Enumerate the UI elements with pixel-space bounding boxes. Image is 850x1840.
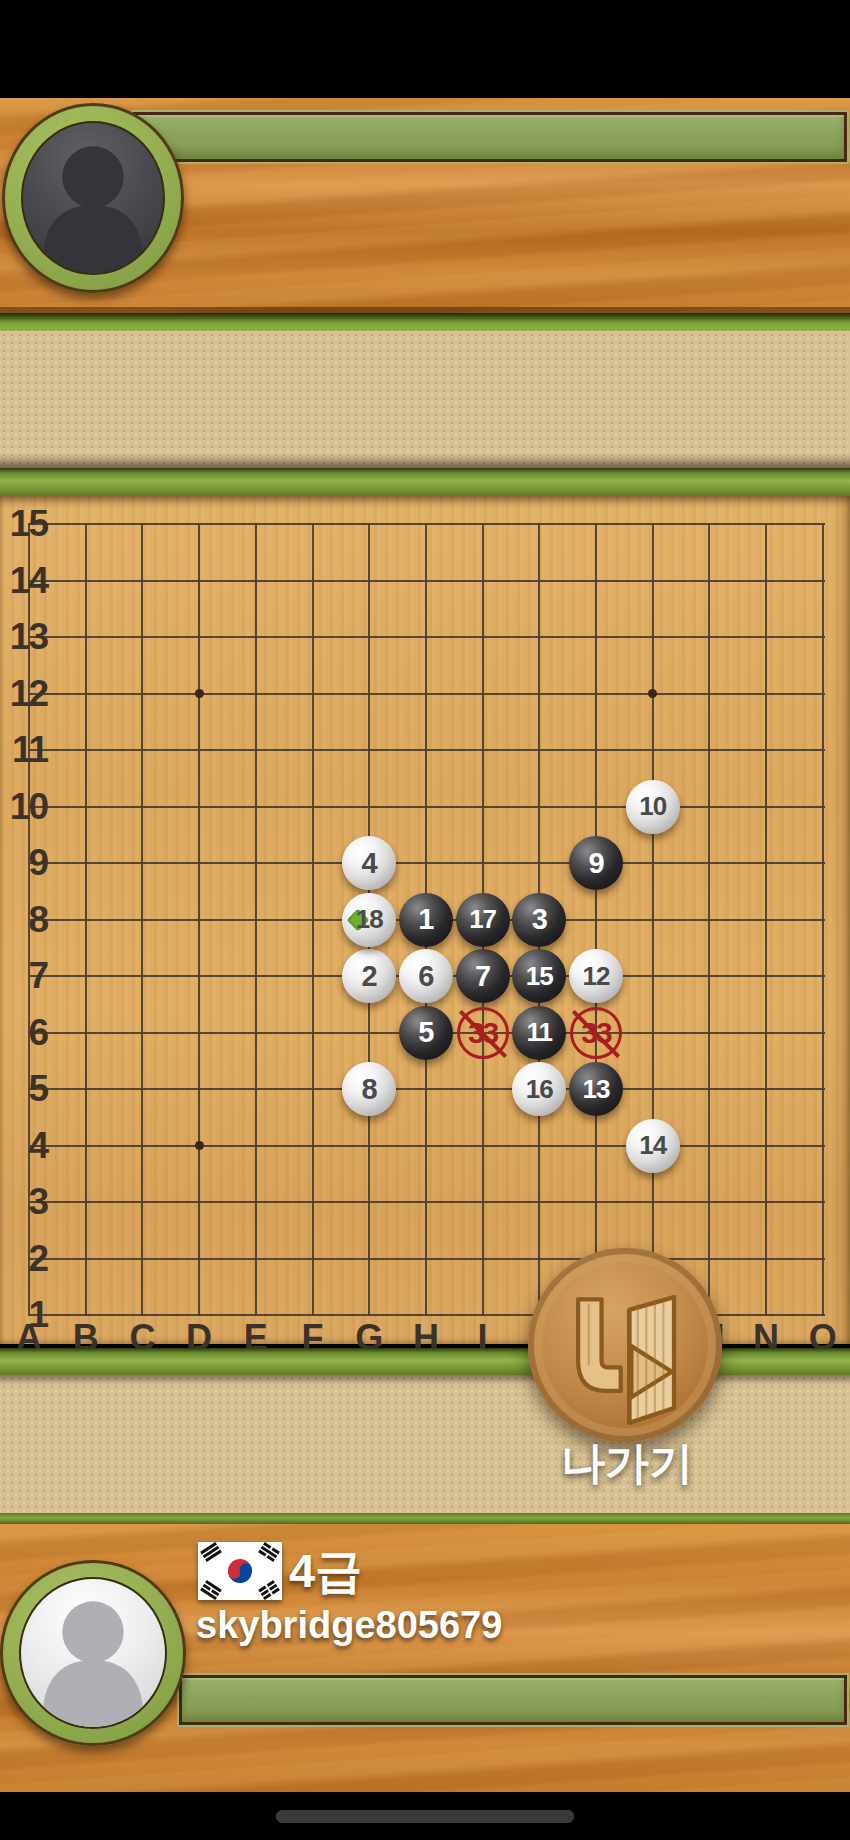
stone-black-11: 11 — [512, 1006, 566, 1060]
forbidden-point-I6: 33 — [457, 1007, 509, 1059]
stone-move-number: 9 — [588, 847, 603, 880]
stone-move-number: 18 — [356, 904, 383, 935]
star-point-D12 — [195, 689, 204, 698]
stone-move-number: 6 — [418, 960, 433, 993]
exit-button[interactable] — [528, 1248, 722, 1442]
grid-vline — [708, 523, 710, 1316]
row-label-12: 12 — [0, 674, 47, 714]
row-label-7: 7 — [0, 956, 47, 996]
stone-white-6: 6 — [399, 949, 453, 1003]
star-point-D4 — [195, 1141, 204, 1150]
stone-move-number: 14 — [639, 1130, 666, 1161]
stone-move-number: 2 — [362, 960, 377, 993]
stone-black-5: 5 — [399, 1006, 453, 1060]
grid-vline — [652, 523, 654, 1316]
row-label-2: 2 — [0, 1239, 47, 1279]
star-point-L12 — [648, 689, 657, 698]
bottom-player-avatar — [0, 1560, 186, 1746]
grid-hline — [29, 523, 825, 525]
status-bar — [0, 0, 850, 98]
grid-hline — [29, 636, 825, 638]
home-indicator[interactable] — [276, 1810, 574, 1823]
grid-hline — [29, 806, 825, 808]
top-player-name-bar — [133, 112, 847, 162]
stone-black-13: 13 — [569, 1062, 623, 1116]
stone-move-number: 12 — [583, 961, 610, 992]
stone-white-4: 4 — [342, 836, 396, 890]
row-label-8: 8 — [0, 900, 47, 940]
stone-move-number: 13 — [583, 1074, 610, 1105]
forbidden-point-K6: 33 — [570, 1007, 622, 1059]
stone-white-18: 18 — [342, 893, 396, 947]
top-divider — [0, 313, 850, 331]
row-label-5: 5 — [0, 1069, 47, 1109]
stone-black-17: 17 — [456, 893, 510, 947]
player-rank: 4급 — [289, 1540, 362, 1603]
stone-black-7: 7 — [456, 949, 510, 1003]
row-label-3: 3 — [0, 1182, 47, 1222]
stone-white-10: 10 — [626, 780, 680, 834]
stone-black-3: 3 — [512, 893, 566, 947]
bottom-player-chat-bar — [179, 1675, 847, 1725]
row-label-10: 10 — [0, 787, 47, 827]
stone-white-2: 2 — [342, 949, 396, 1003]
stone-move-number: 11 — [527, 1017, 553, 1048]
stone-black-1: 1 — [399, 893, 453, 947]
stone-white-12: 12 — [569, 949, 623, 1003]
row-label-4: 4 — [0, 1126, 47, 1166]
stone-move-number: 15 — [526, 961, 553, 992]
stone-move-number: 4 — [362, 847, 377, 880]
grid-hline — [29, 862, 825, 864]
grid-hline — [29, 1145, 825, 1147]
row-label-13: 13 — [0, 617, 47, 657]
omok-game-screen: 151413121110987654321ABCDEFGHIJKLMNO1234… — [0, 0, 850, 1840]
grid-hline — [29, 1201, 825, 1203]
row-label-14: 14 — [0, 561, 47, 601]
stone-black-9: 9 — [569, 836, 623, 890]
stone-move-number: 16 — [526, 1074, 553, 1105]
top-player-avatar — [2, 103, 184, 293]
stone-move-number: 7 — [475, 960, 490, 993]
grid-hline — [29, 693, 825, 695]
grid-hline — [29, 749, 825, 751]
avatar-silhouette-icon — [19, 1577, 167, 1729]
player-username: skybridge805679 — [196, 1604, 502, 1647]
stone-move-number: 8 — [362, 1073, 377, 1106]
stone-move-number: 3 — [532, 903, 547, 936]
board-frame-bottom — [0, 1348, 850, 1375]
omok-board[interactable]: 151413121110987654321ABCDEFGHIJKLMNO1234… — [0, 496, 850, 1344]
row-label-11: 11 — [0, 730, 47, 770]
korean-flag-icon — [198, 1542, 282, 1600]
grid-hline — [29, 1088, 825, 1090]
grid-hline — [29, 1258, 825, 1260]
bottom-divider — [0, 1513, 850, 1524]
avatar-silhouette-icon — [21, 121, 165, 275]
row-label-6: 6 — [0, 1013, 47, 1053]
grid-hline — [29, 580, 825, 582]
row-label-15: 15 — [0, 504, 47, 544]
grid-vline — [595, 523, 597, 1316]
exit-button-label: 나가기 — [527, 1434, 727, 1493]
stone-move-number: 1 — [418, 903, 433, 936]
exit-door-arrow-icon — [528, 1295, 722, 1425]
stone-move-number: 5 — [418, 1016, 433, 1049]
stone-white-14: 14 — [626, 1119, 680, 1173]
row-label-9: 9 — [0, 843, 47, 883]
upper-texture-strip — [0, 331, 850, 468]
stone-black-15: 15 — [512, 949, 566, 1003]
stone-move-number: 17 — [469, 904, 496, 935]
grid-vline — [822, 523, 824, 1316]
grid-vline — [765, 523, 767, 1316]
board-frame-top — [0, 468, 850, 496]
stone-move-number: 10 — [639, 791, 666, 822]
stone-white-16: 16 — [512, 1062, 566, 1116]
stone-white-8: 8 — [342, 1062, 396, 1116]
